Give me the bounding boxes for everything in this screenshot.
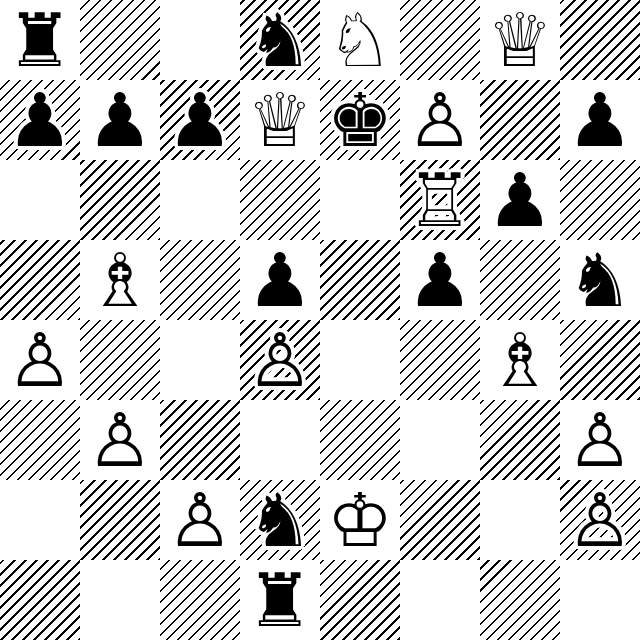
square-f2[interactable] — [400, 480, 480, 560]
piece-black-pawn: ♟ — [407, 243, 473, 317]
square-b3[interactable]: ♙ — [80, 400, 160, 480]
square-d1[interactable]: ♜ — [240, 560, 320, 640]
piece-black-rook: ♜ — [7, 3, 73, 77]
square-a7[interactable]: ♟ — [0, 80, 80, 160]
square-g3[interactable] — [480, 400, 560, 480]
square-c4[interactable] — [160, 320, 240, 400]
piece-white-queen: ♕ — [247, 83, 313, 157]
piece-white-pawn: ♙ — [87, 403, 153, 477]
square-b8[interactable] — [80, 0, 160, 80]
square-h6[interactable] — [560, 160, 640, 240]
square-d7[interactable]: ♕ — [240, 80, 320, 160]
square-e5[interactable] — [320, 240, 400, 320]
square-f1[interactable] — [400, 560, 480, 640]
square-d8[interactable]: ♞ — [240, 0, 320, 80]
square-f6[interactable]: ♖ — [400, 160, 480, 240]
piece-black-pawn: ♟ — [7, 83, 73, 157]
square-c8[interactable] — [160, 0, 240, 80]
square-a1[interactable] — [0, 560, 80, 640]
square-f7[interactable]: ♙ — [400, 80, 480, 160]
chess-board: ♜♞♘♕♟♟♟♕♚♙♟♖♟♗♟♟♞♙♙♗♙♙♙♞♔♙♜ — [0, 0, 640, 640]
square-f5[interactable]: ♟ — [400, 240, 480, 320]
piece-white-pawn: ♙ — [567, 403, 633, 477]
piece-white-queen: ♕ — [487, 3, 553, 77]
square-b2[interactable] — [80, 480, 160, 560]
square-a5[interactable] — [0, 240, 80, 320]
square-c1[interactable] — [160, 560, 240, 640]
square-b6[interactable] — [80, 160, 160, 240]
square-h5[interactable]: ♞ — [560, 240, 640, 320]
square-h8[interactable] — [560, 0, 640, 80]
square-e2[interactable]: ♔ — [320, 480, 400, 560]
square-e6[interactable] — [320, 160, 400, 240]
square-c5[interactable] — [160, 240, 240, 320]
piece-black-pawn: ♟ — [167, 83, 233, 157]
piece-white-bishop: ♗ — [87, 243, 153, 317]
square-c2[interactable]: ♙ — [160, 480, 240, 560]
piece-white-king: ♔ — [327, 483, 393, 557]
piece-black-pawn: ♟ — [87, 83, 153, 157]
square-a6[interactable] — [0, 160, 80, 240]
square-g7[interactable] — [480, 80, 560, 160]
square-a4[interactable]: ♙ — [0, 320, 80, 400]
square-b1[interactable] — [80, 560, 160, 640]
piece-white-bishop: ♗ — [487, 323, 553, 397]
square-c7[interactable]: ♟ — [160, 80, 240, 160]
square-b7[interactable]: ♟ — [80, 80, 160, 160]
square-g2[interactable] — [480, 480, 560, 560]
square-g4[interactable]: ♗ — [480, 320, 560, 400]
square-e4[interactable] — [320, 320, 400, 400]
square-g1[interactable] — [480, 560, 560, 640]
piece-white-pawn: ♙ — [247, 323, 313, 397]
square-a3[interactable] — [0, 400, 80, 480]
square-d3[interactable] — [240, 400, 320, 480]
square-g5[interactable] — [480, 240, 560, 320]
square-a2[interactable] — [0, 480, 80, 560]
square-f3[interactable] — [400, 400, 480, 480]
piece-black-pawn: ♟ — [567, 83, 633, 157]
piece-white-pawn: ♙ — [7, 323, 73, 397]
square-h3[interactable]: ♙ — [560, 400, 640, 480]
piece-white-knight: ♘ — [327, 3, 393, 77]
square-h4[interactable] — [560, 320, 640, 400]
square-f8[interactable] — [400, 0, 480, 80]
square-e1[interactable] — [320, 560, 400, 640]
piece-white-rook: ♖ — [407, 163, 473, 237]
piece-black-knight: ♞ — [567, 243, 633, 317]
square-b5[interactable]: ♗ — [80, 240, 160, 320]
square-d4[interactable]: ♙ — [240, 320, 320, 400]
square-h7[interactable]: ♟ — [560, 80, 640, 160]
square-h1[interactable] — [560, 560, 640, 640]
piece-white-pawn: ♙ — [567, 483, 633, 557]
square-d6[interactable] — [240, 160, 320, 240]
square-d2[interactable]: ♞ — [240, 480, 320, 560]
square-f4[interactable] — [400, 320, 480, 400]
piece-black-rook: ♜ — [247, 563, 313, 637]
piece-white-pawn: ♙ — [407, 83, 473, 157]
square-a8[interactable]: ♜ — [0, 0, 80, 80]
square-e7[interactable]: ♚ — [320, 80, 400, 160]
piece-black-pawn: ♟ — [487, 163, 553, 237]
square-h2[interactable]: ♙ — [560, 480, 640, 560]
square-b4[interactable] — [80, 320, 160, 400]
piece-white-pawn: ♙ — [167, 483, 233, 557]
piece-black-king: ♚ — [327, 83, 393, 157]
piece-black-knight: ♞ — [247, 3, 313, 77]
square-c6[interactable] — [160, 160, 240, 240]
piece-black-knight: ♞ — [247, 483, 313, 557]
square-e3[interactable] — [320, 400, 400, 480]
square-d5[interactable]: ♟ — [240, 240, 320, 320]
square-e8[interactable]: ♘ — [320, 0, 400, 80]
square-g8[interactable]: ♕ — [480, 0, 560, 80]
piece-black-pawn: ♟ — [247, 243, 313, 317]
square-g6[interactable]: ♟ — [480, 160, 560, 240]
square-c3[interactable] — [160, 400, 240, 480]
